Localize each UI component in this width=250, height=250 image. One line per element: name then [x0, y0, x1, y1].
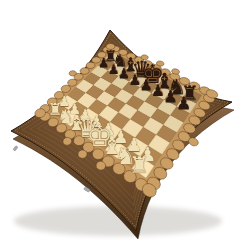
metal-pin: [13, 146, 18, 152]
product-photo: ♜♞♝♛♚♝♞♜♟♟♟♟♟♟♟♟♟♟♟♟♟♟♟♟♜♞♝♛♚♝♞♜: [0, 0, 250, 250]
